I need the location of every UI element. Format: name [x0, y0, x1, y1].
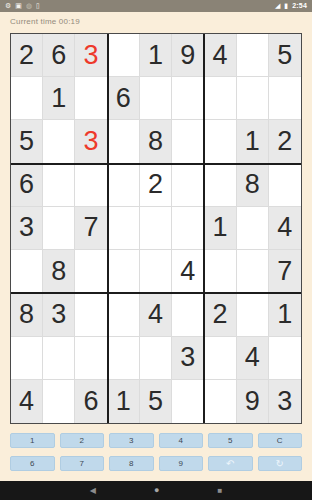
cell-r6c3[interactable]: [75, 250, 107, 293]
cell-r7c7[interactable]: 2: [204, 293, 236, 336]
cell-r8c4[interactable]: [108, 337, 140, 380]
cell-r3c7[interactable]: [204, 120, 236, 163]
redo-button[interactable]: ↻: [258, 456, 303, 471]
battery-icon: ▮: [284, 0, 288, 12]
cell-r3c3[interactable]: 3: [75, 120, 107, 163]
cell-r2c4[interactable]: 6: [108, 77, 140, 120]
status-icons-right: ◢ ▮ 2:54: [275, 0, 307, 12]
recents-button[interactable]: ■: [217, 481, 222, 500]
cell-r7c9[interactable]: 1: [269, 293, 301, 336]
cell-r6c5[interactable]: [140, 250, 172, 293]
undo-button[interactable]: ↶: [208, 456, 253, 471]
cell-r2c8[interactable]: [237, 77, 269, 120]
cell-r6c9[interactable]: 7: [269, 250, 301, 293]
cell-r4c5[interactable]: 2: [140, 164, 172, 207]
key-1[interactable]: 1: [10, 433, 55, 448]
cell-r8c1[interactable]: [11, 337, 43, 380]
cell-r6c6[interactable]: 4: [172, 250, 204, 293]
cell-r7c6[interactable]: [172, 293, 204, 336]
cell-r6c8[interactable]: [237, 250, 269, 293]
cell-r5c9[interactable]: 4: [269, 207, 301, 250]
circle-status-icon: ◍: [26, 0, 32, 12]
key-5[interactable]: 5: [208, 433, 253, 448]
cell-r1c4[interactable]: [108, 34, 140, 77]
cell-r8c5[interactable]: [140, 337, 172, 380]
cell-r9c1[interactable]: 4: [11, 380, 43, 423]
cell-r9c5[interactable]: 5: [140, 380, 172, 423]
clear-button[interactable]: C: [258, 433, 303, 448]
cell-r3c2[interactable]: [43, 120, 75, 163]
cell-r5c8[interactable]: [237, 207, 269, 250]
cell-r9c8[interactable]: 9: [237, 380, 269, 423]
cell-r8c6[interactable]: 3: [172, 337, 204, 380]
key-7[interactable]: 7: [60, 456, 105, 471]
cell-r3c9[interactable]: 2: [269, 120, 301, 163]
cell-r2c9[interactable]: [269, 77, 301, 120]
back-button[interactable]: ◀: [90, 481, 96, 500]
status-icons-left: ⚙ ▣ ◍ ▯: [5, 0, 40, 12]
cell-r1c2[interactable]: 6: [43, 34, 75, 77]
cell-r2c1[interactable]: [11, 77, 43, 120]
cell-r8c3[interactable]: [75, 337, 107, 380]
cell-r3c6[interactable]: [172, 120, 204, 163]
key-2[interactable]: 2: [60, 433, 105, 448]
cell-r7c2[interactable]: 3: [43, 293, 75, 336]
undo-icon: ↶: [226, 457, 234, 470]
cell-r5c4[interactable]: [108, 207, 140, 250]
cell-r6c7[interactable]: [204, 250, 236, 293]
cell-r5c1[interactable]: 3: [11, 207, 43, 250]
cell-r4c9[interactable]: [269, 164, 301, 207]
cell-r3c4[interactable]: [108, 120, 140, 163]
cell-r7c8[interactable]: [237, 293, 269, 336]
file-status-icon: ▯: [36, 0, 40, 12]
cell-r4c7[interactable]: [204, 164, 236, 207]
cell-r9c6[interactable]: [172, 380, 204, 423]
cell-r1c6[interactable]: 9: [172, 34, 204, 77]
cell-r5c7[interactable]: 1: [204, 207, 236, 250]
cell-r2c2[interactable]: 1: [43, 77, 75, 120]
cell-r8c2[interactable]: [43, 337, 75, 380]
cell-r9c4[interactable]: 1: [108, 380, 140, 423]
cell-r2c7[interactable]: [204, 77, 236, 120]
cell-r1c1[interactable]: 2: [11, 34, 43, 77]
cell-r5c6[interactable]: [172, 207, 204, 250]
key-3[interactable]: 3: [109, 433, 154, 448]
cell-r2c6[interactable]: [172, 77, 204, 120]
cell-r5c2[interactable]: [43, 207, 75, 250]
cell-r1c8[interactable]: [237, 34, 269, 77]
navigation-bar: ◀ ● ■: [0, 481, 312, 500]
cell-r4c8[interactable]: 8: [237, 164, 269, 207]
cell-r6c1[interactable]: [11, 250, 43, 293]
cell-r1c5[interactable]: 1: [140, 34, 172, 77]
key-6[interactable]: 6: [10, 456, 55, 471]
cell-r7c5[interactable]: 4: [140, 293, 172, 336]
cell-r1c9[interactable]: 5: [269, 34, 301, 77]
cell-r9c3[interactable]: 6: [75, 380, 107, 423]
redo-icon: ↻: [276, 457, 284, 470]
cell-r2c3[interactable]: [75, 77, 107, 120]
keypad-row-1: 12345C: [10, 433, 302, 448]
gear-icon: ⚙: [5, 0, 11, 12]
cell-r5c5[interactable]: [140, 207, 172, 250]
cell-r9c7[interactable]: [204, 380, 236, 423]
square-status-icon: ▣: [15, 0, 22, 12]
cell-r9c2[interactable]: [43, 380, 75, 423]
cell-r3c8[interactable]: 1: [237, 120, 269, 163]
cell-r7c1[interactable]: 8: [11, 293, 43, 336]
status-bar: ⚙ ▣ ◍ ▯ ◢ ▮ 2:54: [0, 0, 312, 12]
cell-r8c7[interactable]: [204, 337, 236, 380]
cell-r9c9[interactable]: 3: [269, 380, 301, 423]
timer-label: Current time 00:19: [10, 17, 80, 26]
cell-r8c8[interactable]: 4: [237, 337, 269, 380]
cell-r4c6[interactable]: [172, 164, 204, 207]
cell-r6c2[interactable]: 8: [43, 250, 75, 293]
cell-r4c4[interactable]: [108, 164, 140, 207]
cell-r8c9[interactable]: [269, 337, 301, 380]
key-4[interactable]: 4: [159, 433, 204, 448]
cell-r3c5[interactable]: 8: [140, 120, 172, 163]
key-8[interactable]: 8: [109, 456, 154, 471]
cell-r7c3[interactable]: [75, 293, 107, 336]
cell-r1c3[interactable]: 3: [75, 34, 107, 77]
cell-r4c1[interactable]: 6: [11, 164, 43, 207]
cell-r4c3[interactable]: [75, 164, 107, 207]
cell-r5c3[interactable]: 7: [75, 207, 107, 250]
cell-r3c1[interactable]: 5: [11, 120, 43, 163]
signal-icon: ◢: [275, 0, 280, 12]
cell-r4c2[interactable]: [43, 164, 75, 207]
cell-r2c5[interactable]: [140, 77, 172, 120]
keypad-row-2: 6789↶↻: [10, 456, 302, 471]
status-time: 2:54: [292, 0, 307, 12]
key-9[interactable]: 9: [159, 456, 204, 471]
sudoku-board: 2631945165381262837148478342134461593: [10, 33, 302, 424]
cell-r6c4[interactable]: [108, 250, 140, 293]
home-button[interactable]: ●: [154, 481, 159, 500]
cell-r1c7[interactable]: 4: [204, 34, 236, 77]
cell-r7c4[interactable]: [108, 293, 140, 336]
